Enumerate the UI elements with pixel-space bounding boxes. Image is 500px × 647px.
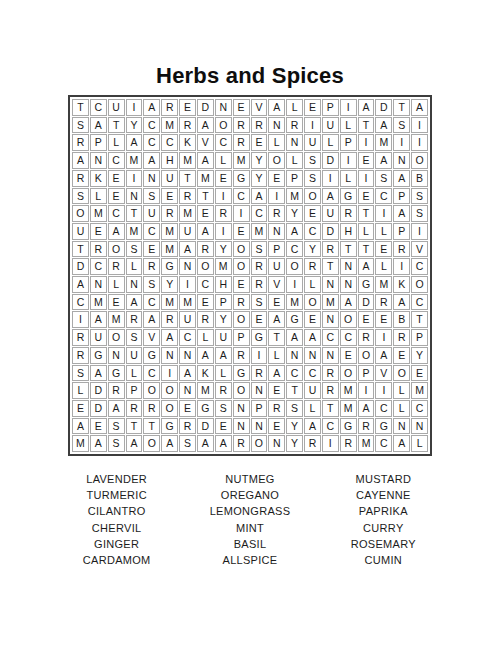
- grid-cell[interactable]: T: [322, 400, 339, 417]
- grid-cell[interactable]: I: [233, 205, 250, 222]
- grid-cell[interactable]: O: [304, 188, 321, 205]
- grid-cell[interactable]: T: [358, 117, 375, 134]
- grid-cell[interactable]: R: [322, 365, 339, 382]
- grid-cell[interactable]: M: [233, 152, 250, 169]
- grid-cell[interactable]: O: [143, 382, 160, 399]
- grid-cell[interactable]: P: [268, 241, 285, 258]
- grid-cell[interactable]: R: [322, 382, 339, 399]
- grid-cell[interactable]: N: [179, 382, 196, 399]
- grid-cell[interactable]: D: [197, 418, 214, 435]
- grid-cell[interactable]: M: [322, 294, 339, 311]
- grid-cell[interactable]: G: [340, 418, 357, 435]
- grid-cell[interactable]: Y: [215, 311, 232, 328]
- grid-cell[interactable]: S: [72, 188, 89, 205]
- grid-cell[interactable]: N: [108, 347, 125, 364]
- grid-cell[interactable]: A: [304, 329, 321, 346]
- grid-cell[interactable]: I: [126, 99, 143, 116]
- grid-cell[interactable]: K: [393, 276, 410, 293]
- grid-cell[interactable]: C: [340, 329, 357, 346]
- grid-cell[interactable]: N: [143, 170, 160, 187]
- grid-cell[interactable]: C: [411, 294, 428, 311]
- grid-cell[interactable]: C: [143, 117, 160, 134]
- grid-cell[interactable]: O: [215, 117, 232, 134]
- grid-cell[interactable]: N: [268, 223, 285, 240]
- grid-cell[interactable]: I: [251, 347, 268, 364]
- grid-cell[interactable]: T: [197, 188, 214, 205]
- grid-cell[interactable]: E: [108, 188, 125, 205]
- grid-cell[interactable]: Y: [126, 117, 143, 134]
- grid-cell[interactable]: O: [197, 258, 214, 275]
- grid-cell[interactable]: G: [90, 347, 107, 364]
- grid-cell[interactable]: L: [375, 223, 392, 240]
- grid-cell[interactable]: S: [215, 400, 232, 417]
- grid-cell[interactable]: L: [304, 400, 321, 417]
- grid-cell[interactable]: O: [411, 276, 428, 293]
- grid-cell[interactable]: I: [393, 258, 410, 275]
- grid-cell[interactable]: N: [411, 418, 428, 435]
- grid-cell[interactable]: R: [215, 382, 232, 399]
- grid-cell[interactable]: C: [90, 258, 107, 275]
- grid-cell[interactable]: L: [358, 223, 375, 240]
- grid-cell[interactable]: B: [411, 170, 428, 187]
- grid-cell[interactable]: N: [215, 99, 232, 116]
- grid-cell[interactable]: G: [143, 347, 160, 364]
- grid-cell[interactable]: P: [251, 400, 268, 417]
- grid-cell[interactable]: V: [197, 134, 214, 151]
- grid-cell[interactable]: I: [126, 170, 143, 187]
- grid-cell[interactable]: C: [304, 223, 321, 240]
- grid-cell[interactable]: L: [375, 258, 392, 275]
- grid-cell[interactable]: O: [358, 347, 375, 364]
- grid-cell[interactable]: T: [268, 329, 285, 346]
- grid-cell[interactable]: A: [358, 258, 375, 275]
- grid-cell[interactable]: R: [143, 400, 160, 417]
- grid-cell[interactable]: R: [72, 347, 89, 364]
- grid-cell[interactable]: A: [268, 365, 285, 382]
- grid-cell[interactable]: I: [161, 365, 178, 382]
- grid-cell[interactable]: A: [143, 152, 160, 169]
- grid-cell[interactable]: I: [340, 99, 357, 116]
- grid-cell[interactable]: Y: [251, 170, 268, 187]
- grid-cell[interactable]: L: [108, 134, 125, 151]
- grid-cell[interactable]: E: [233, 99, 250, 116]
- grid-cell[interactable]: C: [143, 365, 160, 382]
- grid-cell[interactable]: E: [90, 223, 107, 240]
- grid-cell[interactable]: T: [179, 170, 196, 187]
- grid-cell[interactable]: N: [322, 276, 339, 293]
- grid-cell[interactable]: P: [340, 134, 357, 151]
- grid-cell[interactable]: T: [340, 241, 357, 258]
- grid-cell[interactable]: E: [268, 294, 285, 311]
- grid-cell[interactable]: N: [179, 347, 196, 364]
- grid-cell[interactable]: I: [358, 170, 375, 187]
- grid-cell[interactable]: P: [286, 170, 303, 187]
- grid-cell[interactable]: K: [90, 170, 107, 187]
- grid-cell[interactable]: R: [72, 134, 89, 151]
- grid-cell[interactable]: A: [411, 99, 428, 116]
- grid-cell[interactable]: S: [126, 329, 143, 346]
- grid-cell[interactable]: N: [322, 347, 339, 364]
- grid-cell[interactable]: L: [268, 134, 285, 151]
- grid-cell[interactable]: L: [322, 134, 339, 151]
- grid-cell[interactable]: Y: [286, 205, 303, 222]
- grid-cell[interactable]: E: [179, 400, 196, 417]
- grid-cell[interactable]: U: [304, 134, 321, 151]
- grid-cell[interactable]: D: [90, 382, 107, 399]
- grid-cell[interactable]: R: [340, 435, 357, 452]
- grid-cell[interactable]: N: [251, 382, 268, 399]
- grid-cell[interactable]: R: [322, 241, 339, 258]
- grid-cell[interactable]: L: [340, 117, 357, 134]
- grid-cell[interactable]: A: [286, 329, 303, 346]
- grid-cell[interactable]: D: [358, 294, 375, 311]
- grid-cell[interactable]: T: [72, 99, 89, 116]
- grid-cell[interactable]: D: [72, 258, 89, 275]
- grid-cell[interactable]: O: [143, 435, 160, 452]
- grid-cell[interactable]: M: [90, 205, 107, 222]
- grid-cell[interactable]: C: [411, 400, 428, 417]
- grid-cell[interactable]: A: [143, 311, 160, 328]
- grid-cell[interactable]: Y: [304, 241, 321, 258]
- grid-cell[interactable]: E: [304, 99, 321, 116]
- grid-cell[interactable]: I: [268, 188, 285, 205]
- grid-cell[interactable]: A: [108, 223, 125, 240]
- grid-cell[interactable]: T: [393, 99, 410, 116]
- grid-cell[interactable]: N: [286, 347, 303, 364]
- grid-cell[interactable]: G: [161, 258, 178, 275]
- grid-cell[interactable]: E: [90, 418, 107, 435]
- grid-cell[interactable]: R: [161, 99, 178, 116]
- grid-cell[interactable]: N: [268, 117, 285, 134]
- grid-cell[interactable]: A: [72, 152, 89, 169]
- grid-cell[interactable]: N: [161, 347, 178, 364]
- grid-cell[interactable]: C: [215, 134, 232, 151]
- grid-cell[interactable]: R: [197, 311, 214, 328]
- grid-cell[interactable]: H: [215, 276, 232, 293]
- grid-cell[interactable]: E: [108, 294, 125, 311]
- grid-cell[interactable]: R: [215, 205, 232, 222]
- grid-cell[interactable]: T: [143, 418, 160, 435]
- grid-cell[interactable]: I: [215, 223, 232, 240]
- grid-cell[interactable]: O: [72, 205, 89, 222]
- grid-cell[interactable]: P: [90, 134, 107, 151]
- grid-cell[interactable]: R: [251, 258, 268, 275]
- grid-cell[interactable]: R: [233, 347, 250, 364]
- grid-cell[interactable]: I: [375, 329, 392, 346]
- grid-cell[interactable]: N: [179, 258, 196, 275]
- grid-cell[interactable]: R: [179, 117, 196, 134]
- grid-cell[interactable]: A: [90, 435, 107, 452]
- grid-cell[interactable]: E: [304, 311, 321, 328]
- grid-cell[interactable]: V: [268, 276, 285, 293]
- grid-cell[interactable]: R: [304, 435, 321, 452]
- grid-cell[interactable]: G: [197, 400, 214, 417]
- grid-cell[interactable]: C: [322, 329, 339, 346]
- grid-cell[interactable]: S: [393, 117, 410, 134]
- grid-cell[interactable]: A: [375, 117, 392, 134]
- grid-cell[interactable]: R: [268, 400, 285, 417]
- grid-cell[interactable]: A: [375, 152, 392, 169]
- grid-cell[interactable]: O: [304, 294, 321, 311]
- grid-cell[interactable]: V: [411, 241, 428, 258]
- grid-cell[interactable]: H: [161, 152, 178, 169]
- grid-cell[interactable]: E: [304, 205, 321, 222]
- grid-cell[interactable]: E: [233, 223, 250, 240]
- grid-cell[interactable]: C: [143, 223, 160, 240]
- grid-cell[interactable]: C: [72, 294, 89, 311]
- grid-cell[interactable]: D: [375, 99, 392, 116]
- grid-cell[interactable]: R: [179, 418, 196, 435]
- grid-cell[interactable]: I: [393, 134, 410, 151]
- grid-cell[interactable]: G: [358, 276, 375, 293]
- grid-cell[interactable]: S: [143, 188, 160, 205]
- grid-cell[interactable]: Y: [286, 435, 303, 452]
- grid-cell[interactable]: C: [286, 365, 303, 382]
- grid-cell[interactable]: G: [375, 418, 392, 435]
- grid-cell[interactable]: L: [286, 99, 303, 116]
- grid-cell[interactable]: M: [375, 276, 392, 293]
- grid-cell[interactable]: U: [268, 258, 285, 275]
- grid-cell[interactable]: O: [393, 365, 410, 382]
- grid-cell[interactable]: S: [251, 294, 268, 311]
- grid-cell[interactable]: P: [126, 382, 143, 399]
- grid-cell[interactable]: S: [304, 152, 321, 169]
- grid-cell[interactable]: A: [358, 99, 375, 116]
- grid-cell[interactable]: M: [340, 382, 357, 399]
- grid-cell[interactable]: S: [126, 241, 143, 258]
- grid-cell[interactable]: L: [72, 382, 89, 399]
- grid-cell[interactable]: S: [375, 170, 392, 187]
- grid-cell[interactable]: R: [251, 365, 268, 382]
- grid-cell[interactable]: A: [108, 400, 125, 417]
- grid-cell[interactable]: E: [143, 241, 160, 258]
- grid-cell[interactable]: V: [251, 99, 268, 116]
- grid-cell[interactable]: N: [393, 152, 410, 169]
- grid-cell[interactable]: R: [233, 134, 250, 151]
- grid-cell[interactable]: R: [393, 329, 410, 346]
- grid-cell[interactable]: N: [268, 435, 285, 452]
- grid-cell[interactable]: L: [108, 276, 125, 293]
- grid-cell[interactable]: E: [375, 311, 392, 328]
- grid-cell[interactable]: I: [72, 311, 89, 328]
- grid-cell[interactable]: I: [340, 152, 357, 169]
- grid-cell[interactable]: C: [233, 188, 250, 205]
- grid-cell[interactable]: D: [90, 400, 107, 417]
- grid-cell[interactable]: O: [161, 400, 178, 417]
- grid-cell[interactable]: M: [340, 400, 357, 417]
- grid-cell[interactable]: M: [161, 294, 178, 311]
- grid-cell[interactable]: E: [197, 205, 214, 222]
- grid-cell[interactable]: L: [126, 365, 143, 382]
- grid-cell[interactable]: M: [108, 311, 125, 328]
- grid-cell[interactable]: M: [72, 435, 89, 452]
- grid-cell[interactable]: O: [233, 382, 250, 399]
- grid-cell[interactable]: R: [286, 117, 303, 134]
- grid-cell[interactable]: R: [358, 329, 375, 346]
- grid-cell[interactable]: R: [251, 276, 268, 293]
- grid-cell[interactable]: C: [375, 435, 392, 452]
- grid-cell[interactable]: A: [322, 188, 339, 205]
- grid-cell[interactable]: A: [72, 418, 89, 435]
- grid-cell[interactable]: R: [179, 188, 196, 205]
- grid-cell[interactable]: S: [179, 435, 196, 452]
- grid-cell[interactable]: M: [251, 223, 268, 240]
- grid-cell[interactable]: R: [161, 205, 178, 222]
- grid-cell[interactable]: C: [179, 329, 196, 346]
- grid-cell[interactable]: D: [322, 152, 339, 169]
- grid-cell[interactable]: E: [358, 311, 375, 328]
- grid-cell[interactable]: V: [375, 365, 392, 382]
- grid-cell[interactable]: S: [411, 205, 428, 222]
- grid-cell[interactable]: M: [197, 382, 214, 399]
- grid-cell[interactable]: I: [411, 117, 428, 134]
- grid-cell[interactable]: M: [197, 170, 214, 187]
- grid-cell[interactable]: R: [304, 258, 321, 275]
- grid-cell[interactable]: A: [179, 241, 196, 258]
- grid-cell[interactable]: R: [108, 258, 125, 275]
- grid-cell[interactable]: O: [233, 258, 250, 275]
- grid-cell[interactable]: C: [161, 134, 178, 151]
- grid-cell[interactable]: A: [126, 294, 143, 311]
- grid-cell[interactable]: U: [108, 99, 125, 116]
- grid-cell[interactable]: O: [268, 152, 285, 169]
- grid-cell[interactable]: T: [358, 241, 375, 258]
- grid-cell[interactable]: M: [179, 152, 196, 169]
- grid-cell[interactable]: E: [268, 382, 285, 399]
- grid-cell[interactable]: R: [72, 329, 89, 346]
- grid-cell[interactable]: M: [161, 241, 178, 258]
- grid-cell[interactable]: E: [108, 170, 125, 187]
- grid-cell[interactable]: Y: [411, 347, 428, 364]
- grid-cell[interactable]: R: [233, 294, 250, 311]
- grid-cell[interactable]: T: [126, 205, 143, 222]
- grid-cell[interactable]: E: [268, 418, 285, 435]
- grid-cell[interactable]: N: [90, 276, 107, 293]
- grid-cell[interactable]: O: [340, 365, 357, 382]
- grid-cell[interactable]: A: [72, 276, 89, 293]
- grid-cell[interactable]: N: [126, 276, 143, 293]
- grid-cell[interactable]: R: [108, 382, 125, 399]
- grid-cell[interactable]: C: [143, 294, 160, 311]
- grid-cell[interactable]: C: [286, 241, 303, 258]
- grid-cell[interactable]: R: [268, 205, 285, 222]
- grid-cell[interactable]: A: [143, 99, 160, 116]
- grid-cell[interactable]: N: [340, 258, 357, 275]
- grid-cell[interactable]: E: [375, 241, 392, 258]
- grid-cell[interactable]: U: [179, 311, 196, 328]
- grid-cell[interactable]: R: [251, 117, 268, 134]
- grid-cell[interactable]: L: [393, 400, 410, 417]
- grid-cell[interactable]: I: [358, 382, 375, 399]
- grid-cell[interactable]: P: [393, 223, 410, 240]
- grid-cell[interactable]: R: [233, 435, 250, 452]
- grid-cell[interactable]: A: [340, 294, 357, 311]
- grid-cell[interactable]: L: [304, 276, 321, 293]
- grid-cell[interactable]: L: [215, 365, 232, 382]
- grid-cell[interactable]: S: [251, 241, 268, 258]
- grid-cell[interactable]: A: [286, 223, 303, 240]
- grid-cell[interactable]: G: [233, 365, 250, 382]
- grid-cell[interactable]: M: [161, 223, 178, 240]
- grid-cell[interactable]: C: [90, 99, 107, 116]
- grid-cell[interactable]: N: [322, 311, 339, 328]
- grid-cell[interactable]: I: [322, 170, 339, 187]
- grid-cell[interactable]: G: [108, 365, 125, 382]
- grid-cell[interactable]: I: [322, 435, 339, 452]
- grid-cell[interactable]: O: [108, 329, 125, 346]
- grid-cell[interactable]: L: [126, 258, 143, 275]
- grid-cell[interactable]: M: [358, 435, 375, 452]
- grid-cell[interactable]: M: [126, 223, 143, 240]
- grid-cell[interactable]: Y: [251, 152, 268, 169]
- grid-cell[interactable]: B: [393, 311, 410, 328]
- grid-cell[interactable]: S: [72, 365, 89, 382]
- grid-cell[interactable]: C: [251, 205, 268, 222]
- grid-cell[interactable]: I: [411, 223, 428, 240]
- grid-cell[interactable]: G: [251, 329, 268, 346]
- grid-cell[interactable]: E: [358, 152, 375, 169]
- grid-cell[interactable]: I: [286, 276, 303, 293]
- grid-cell[interactable]: D: [197, 99, 214, 116]
- grid-cell[interactable]: U: [161, 170, 178, 187]
- grid-cell[interactable]: L: [340, 170, 357, 187]
- grid-cell[interactable]: R: [375, 294, 392, 311]
- grid-cell[interactable]: S: [286, 400, 303, 417]
- grid-cell[interactable]: U: [322, 117, 339, 134]
- grid-cell[interactable]: I: [375, 205, 392, 222]
- grid-cell[interactable]: U: [90, 329, 107, 346]
- grid-cell[interactable]: D: [322, 223, 339, 240]
- grid-cell[interactable]: A: [393, 294, 410, 311]
- grid-cell[interactable]: C: [411, 258, 428, 275]
- grid-cell[interactable]: R: [126, 311, 143, 328]
- grid-cell[interactable]: E: [411, 365, 428, 382]
- grid-cell[interactable]: E: [161, 188, 178, 205]
- grid-cell[interactable]: R: [161, 311, 178, 328]
- grid-cell[interactable]: U: [126, 347, 143, 364]
- grid-cell[interactable]: R: [90, 241, 107, 258]
- grid-cell[interactable]: N: [233, 400, 250, 417]
- grid-cell[interactable]: R: [233, 117, 250, 134]
- grid-cell[interactable]: A: [393, 205, 410, 222]
- grid-cell[interactable]: N: [233, 418, 250, 435]
- grid-cell[interactable]: A: [197, 152, 214, 169]
- grid-cell[interactable]: E: [393, 347, 410, 364]
- grid-cell[interactable]: E: [358, 188, 375, 205]
- grid-cell[interactable]: E: [251, 311, 268, 328]
- grid-cell[interactable]: N: [90, 152, 107, 169]
- grid-cell[interactable]: A: [197, 347, 214, 364]
- grid-cell[interactable]: A: [90, 311, 107, 328]
- grid-cell[interactable]: R: [72, 170, 89, 187]
- grid-cell[interactable]: I: [411, 134, 428, 151]
- grid-cell[interactable]: S: [304, 170, 321, 187]
- grid-cell[interactable]: R: [143, 258, 160, 275]
- grid-cell[interactable]: M: [179, 294, 196, 311]
- grid-cell[interactable]: T: [286, 382, 303, 399]
- grid-cell[interactable]: C: [375, 188, 392, 205]
- grid-cell[interactable]: N: [340, 276, 357, 293]
- grid-cell[interactable]: A: [268, 311, 285, 328]
- grid-cell[interactable]: T: [358, 205, 375, 222]
- grid-cell[interactable]: H: [340, 223, 357, 240]
- grid-cell[interactable]: M: [286, 188, 303, 205]
- grid-cell[interactable]: O: [411, 152, 428, 169]
- grid-cell[interactable]: P: [411, 329, 428, 346]
- grid-cell[interactable]: G: [233, 170, 250, 187]
- grid-cell[interactable]: N: [251, 418, 268, 435]
- grid-cell[interactable]: U: [143, 205, 160, 222]
